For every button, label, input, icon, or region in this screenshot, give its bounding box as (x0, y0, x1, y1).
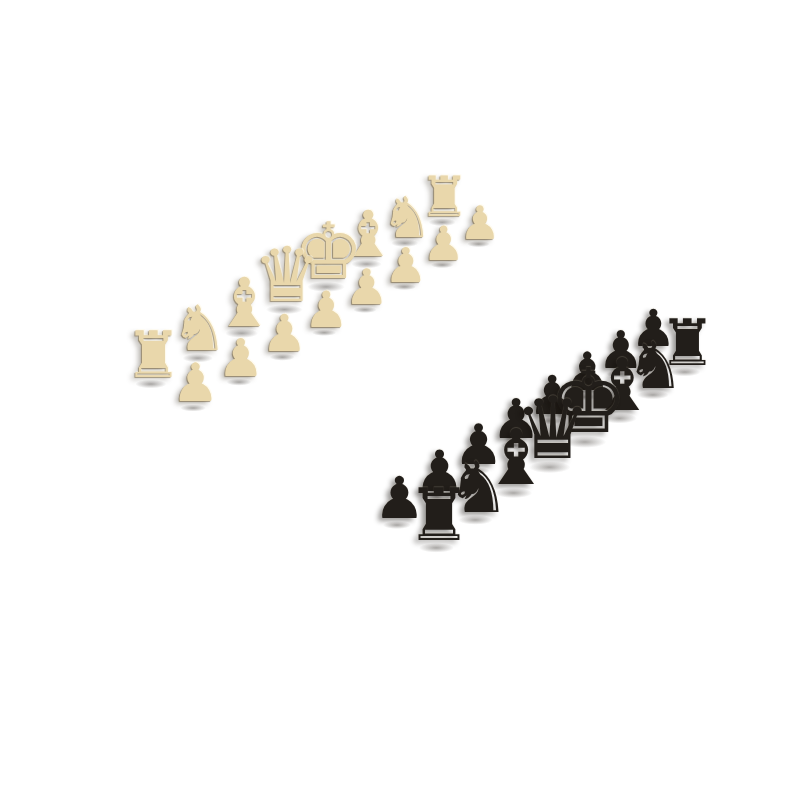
piece-shadow (389, 283, 419, 291)
border-tick (633, 445, 640, 449)
square-b4 (280, 403, 362, 452)
white-queen-d1: ♛ (253, 238, 321, 314)
square-d8 (516, 443, 589, 490)
border-tick (352, 230, 360, 235)
rank-label-6-right: 6 (633, 306, 655, 320)
piece-shadow (221, 328, 263, 339)
white-pawn-g2: ♟ (422, 220, 464, 267)
white-pawn-e2: ♟ (345, 262, 389, 311)
square-e7 (516, 397, 588, 443)
piece-shadow (497, 441, 531, 450)
square-h2 (444, 222, 515, 265)
black-pawn-h7: ♟ (631, 303, 677, 354)
square-h1 (408, 200, 480, 242)
white-bishop-f1: ♝ (340, 204, 397, 267)
square-h3 (480, 244, 550, 287)
rank-label-8-left: 8 (394, 560, 421, 577)
square-h7 (620, 329, 686, 372)
square-a2 (151, 382, 239, 433)
file-label-a-far: A (106, 356, 136, 373)
piece-shadow (464, 241, 493, 249)
square-b5 (320, 426, 401, 475)
border-tick (455, 191, 462, 195)
square-f7 (552, 374, 622, 419)
white-knight-b1: ♞ (171, 298, 227, 361)
square-a4 (235, 429, 320, 480)
black-pawn-c7: ♟ (454, 417, 504, 473)
square-c8 (478, 468, 553, 516)
piece-shadow (633, 389, 673, 400)
border-outer-frame-line (62, 180, 751, 598)
piece-shadow (490, 487, 537, 500)
square-c1 (202, 309, 286, 357)
border-tick (729, 376, 736, 380)
square-e5 (442, 353, 516, 399)
square-b2 (198, 357, 283, 406)
piece-shadow (569, 392, 602, 401)
border-tick (490, 213, 497, 217)
white-bishop-c1: ♝ (214, 269, 274, 336)
rank-label-2-left: 2 (144, 419, 174, 436)
piece-shadow (420, 493, 455, 503)
rank-label-3-left: 3 (187, 443, 216, 460)
black-pawn-f7: ♟ (563, 346, 611, 399)
white-knight-g1: ♞ (382, 189, 433, 246)
piece-shadow (459, 466, 494, 476)
square-c4 (323, 378, 403, 426)
square-e4 (404, 331, 479, 377)
square-e1 (289, 263, 368, 309)
piece-shadow (523, 460, 576, 475)
square-a1 (108, 358, 198, 408)
piece-shadow (267, 353, 299, 362)
white-pawn-c2: ♟ (261, 308, 307, 359)
border-tick (695, 340, 701, 344)
piece-shadow (425, 218, 459, 227)
pieces-layer: ♜♞♝♛♚♝♞♜♟♟♟♟♟♟♟♟♟♟♟♟♟♟♟♟♜♞♝♛♚♝♞♜ (0, 0, 800, 800)
border-tick (297, 512, 306, 518)
rank-label-1-left: 1 (101, 395, 131, 412)
rank-label-1-right: 1 (460, 199, 483, 213)
border-tick (666, 422, 673, 426)
square-g1 (369, 221, 444, 264)
piece-shadow (261, 303, 308, 316)
file-label-h-near: H (702, 380, 723, 394)
rank-label-4-right: 4 (565, 264, 587, 278)
border-tick (128, 416, 138, 422)
square-d3 (325, 332, 404, 379)
square-f5 (479, 330, 551, 375)
file-label-e-near: E (604, 450, 627, 465)
border-tick (525, 235, 532, 239)
square-h8 (654, 350, 719, 393)
square-g6 (551, 330, 620, 374)
rank-label-5-left: 5 (271, 491, 299, 508)
border-tick (136, 346, 145, 351)
piece-shadow (665, 367, 705, 378)
border-tick (428, 189, 435, 194)
square-g5 (516, 308, 586, 352)
square-h5 (551, 287, 619, 330)
rank-label-8-right: 8 (700, 348, 721, 362)
square-d7 (479, 421, 553, 468)
file-label-d-near: D (569, 475, 593, 491)
piece-shadow (178, 353, 217, 364)
rank-label-7-right: 7 (667, 327, 688, 341)
border-tick (560, 256, 567, 260)
piece-shadow (557, 435, 612, 450)
square-b7 (400, 472, 478, 521)
square-e2 (327, 286, 405, 332)
square-f2 (368, 264, 444, 309)
rank-label-6-left: 6 (313, 514, 341, 531)
black-bishop-f8: ♝ (590, 349, 655, 422)
square-d6 (441, 399, 516, 446)
square-g2 (406, 243, 479, 287)
border-tick (256, 488, 265, 494)
file-label-f-far: F (327, 239, 353, 254)
square-c6 (401, 424, 478, 472)
chess-board: AA11BB22CC33DD44EE55FF66GG77HH88 (58, 178, 753, 600)
square-b3 (239, 380, 323, 429)
border-tick (312, 252, 320, 257)
piece-shadow (603, 369, 635, 378)
rank-label-4-left: 4 (230, 467, 259, 484)
border-tick (214, 464, 223, 470)
square-c3 (283, 355, 364, 403)
black-pawn-a7: ♟ (373, 470, 425, 528)
product-photo-stage: AA11BB22CC33DD44EE55FF66GG77HH88 ♜♞♝♛♚♝♞… (0, 0, 800, 800)
square-a7 (359, 499, 440, 550)
black-queen-d8: ♛ (514, 385, 591, 471)
square-f1 (330, 241, 407, 286)
border-tick (87, 372, 96, 377)
piece-shadow (636, 347, 668, 356)
border-tick (450, 578, 458, 583)
square-d4 (364, 354, 442, 401)
square-c7 (440, 446, 516, 494)
rank-label-7-left: 7 (354, 537, 381, 554)
border-tick (594, 277, 601, 281)
file-label-h-far: H (404, 197, 428, 211)
piece-shadow (427, 261, 456, 269)
square-d1 (246, 285, 328, 332)
piece-shadow (177, 404, 210, 413)
square-c5 (362, 401, 441, 449)
piece-shadow (454, 514, 498, 526)
fold-seam (265, 272, 609, 477)
border-tick (85, 392, 95, 398)
file-label-c-far: C (199, 306, 227, 322)
border-inner-frame-line (102, 198, 722, 575)
border-tick (270, 274, 278, 279)
border-tick (171, 440, 181, 446)
border-tick (489, 550, 497, 555)
black-knight-b8: ♞ (446, 452, 510, 523)
border-tick (728, 360, 734, 364)
white-pawn-b2: ♟ (217, 332, 264, 384)
file-label-e-far: E (286, 260, 312, 275)
black-pawn-g7: ♟ (598, 324, 645, 376)
black-pawn-e7: ♟ (528, 369, 576, 423)
square-a8 (399, 521, 478, 572)
black-king-e8: ♚ (548, 358, 628, 447)
file-label-f-near: F (638, 426, 660, 441)
squares-grid (108, 200, 719, 572)
border-tick (379, 558, 388, 564)
border-tick (662, 319, 669, 323)
piece-shadow (302, 280, 350, 293)
square-a5 (277, 453, 361, 504)
square-h6 (586, 308, 653, 351)
border-tick (527, 522, 535, 527)
square-e3 (366, 309, 443, 355)
border-tick (390, 209, 398, 214)
square-b1 (156, 333, 243, 382)
black-rook-a8: ♜ (406, 479, 471, 551)
black-pawn-b7: ♟ (414, 443, 465, 500)
square-d5 (403, 377, 479, 424)
white-pawn-f2: ♟ (384, 241, 427, 289)
file-label-d-far: D (243, 283, 270, 298)
file-label-a-near: A (456, 555, 482, 572)
square-e6 (479, 375, 552, 421)
white-pawn-d2: ♟ (304, 285, 349, 335)
piece-shadow (597, 412, 642, 424)
file-label-b-near: B (495, 528, 520, 544)
coordinate-labels: AA11BB22CC33DD44EE55FF66GG77HH88 (58, 178, 445, 385)
border-tick (564, 496, 572, 501)
border-ticks (58, 178, 445, 385)
square-h4 (515, 266, 584, 309)
square-f4 (442, 308, 515, 353)
rank-label-3-right: 3 (531, 243, 554, 257)
piece-shadow (346, 259, 385, 270)
white-pawn-a2: ♟ (172, 357, 220, 410)
square-b6 (360, 449, 440, 498)
piece-shadow (379, 520, 415, 530)
square-g7 (587, 351, 655, 395)
square-g8 (622, 372, 689, 416)
white-rook-h1: ♜ (419, 169, 469, 225)
border-tick (182, 321, 191, 326)
piece-shadow (131, 379, 171, 390)
white-king-e1: ♚ (294, 213, 364, 291)
piece-shadow (223, 378, 255, 387)
border-tick (628, 298, 635, 302)
border-tick (698, 398, 705, 402)
square-b8 (439, 494, 516, 544)
file-label-g-near: G (671, 403, 693, 417)
file-label-c-near: C (533, 501, 557, 517)
border-tick (227, 297, 235, 302)
file-label-b-far: B (153, 331, 182, 347)
border-tick (338, 535, 347, 541)
file-label-g-far: G (366, 218, 391, 232)
black-knight-g8: ♞ (626, 333, 684, 398)
square-g3 (443, 265, 515, 309)
black-pawn-d7: ♟ (491, 393, 540, 448)
square-f3 (405, 286, 479, 331)
piece-shadow (309, 329, 340, 338)
white-pawn-h2: ♟ (459, 200, 500, 246)
square-a3 (193, 406, 280, 457)
square-e8 (553, 418, 624, 464)
piece-shadow (414, 541, 459, 553)
square-a6 (318, 476, 400, 527)
square-c2 (242, 332, 325, 380)
square-g4 (480, 287, 551, 331)
white-rook-a1: ♜ (125, 323, 182, 387)
piece-shadow (533, 416, 566, 425)
square-f8 (588, 395, 657, 440)
rank-label-5-right: 5 (599, 285, 621, 299)
rank-label-2-right: 2 (496, 221, 519, 235)
square-f6 (516, 352, 587, 397)
black-bishop-c8: ♝ (482, 420, 551, 497)
square-d2 (286, 309, 366, 356)
border-tick (419, 581, 427, 587)
piece-shadow (350, 305, 380, 313)
border-tick (599, 470, 606, 474)
piece-shadow (387, 238, 422, 248)
black-rook-h8: ♜ (659, 311, 716, 375)
